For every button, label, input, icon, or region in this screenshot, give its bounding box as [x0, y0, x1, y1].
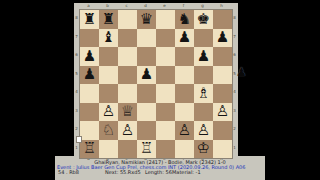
last-move-text: 54 . Rb8 [58, 170, 79, 175]
square-g3[interactable] [194, 103, 213, 122]
square-f1[interactable] [175, 140, 194, 159]
piece-black-king[interactable]: ♚ [197, 11, 210, 26]
square-a1[interactable]: ♖ [80, 140, 99, 159]
square-g6[interactable]: ♟ [194, 47, 213, 66]
square-e6[interactable] [156, 47, 175, 66]
square-a2[interactable] [80, 121, 99, 140]
square-h6[interactable] [213, 47, 232, 66]
square-h8[interactable] [213, 10, 232, 29]
piece-black-pawn[interactable]: ♟ [178, 30, 191, 45]
side-to-move-marker [76, 136, 82, 143]
piece-black-bishop[interactable]: ♝ [102, 30, 115, 45]
square-d8[interactable]: ♛ [137, 10, 156, 29]
piece-black-pawn[interactable]: ♟ [83, 48, 96, 63]
square-h5[interactable] [213, 66, 232, 85]
square-f2[interactable]: ♙ [175, 121, 194, 140]
square-a7[interactable] [80, 29, 99, 48]
square-h3[interactable]: ♙ [213, 103, 232, 122]
square-b8[interactable]: ♜ [99, 10, 118, 29]
square-b7[interactable]: ♝ [99, 29, 118, 48]
square-a4[interactable] [80, 84, 99, 103]
square-e8[interactable] [156, 10, 175, 29]
piece-white-pawn[interactable]: ♙ [102, 104, 115, 119]
square-f5[interactable] [175, 66, 194, 85]
piece-black-pawn[interactable]: ♟ [216, 30, 229, 45]
square-d4[interactable] [137, 84, 156, 103]
piece-black-knight[interactable]: ♞ [178, 11, 191, 26]
chess-board[interactable]: ♜♜♛♞♚♝♟♟♟♟♟♟♗♙♕♙♘♙♙♙♖♖♔ [79, 9, 233, 159]
square-f6[interactable] [175, 47, 194, 66]
square-f8[interactable]: ♞ [175, 10, 194, 29]
piece-black-pawn[interactable]: ♟ [83, 67, 96, 82]
square-g2[interactable]: ♙ [194, 121, 213, 140]
square-d3[interactable] [137, 103, 156, 122]
square-c7[interactable] [118, 29, 137, 48]
square-a3[interactable] [80, 103, 99, 122]
piece-black-queen[interactable]: ♛ [140, 11, 153, 26]
square-c5[interactable] [118, 66, 137, 85]
material-balance-text: Material: -1 [172, 170, 201, 175]
piece-black-rook[interactable]: ♜ [102, 11, 115, 26]
game-length-text: Length: 56 [145, 170, 172, 175]
square-g7[interactable] [194, 29, 213, 48]
square-d7[interactable] [137, 29, 156, 48]
square-b5[interactable] [99, 66, 118, 85]
piece-white-pawn[interactable]: ♙ [178, 122, 191, 137]
square-a6[interactable]: ♟ [80, 47, 99, 66]
piece-white-pawn[interactable]: ♙ [121, 122, 134, 137]
material-advantage-pawn-icon: ♟ [236, 66, 247, 78]
next-move-text: Next: 55.Rxd5 [105, 170, 141, 175]
square-g1[interactable]: ♔ [194, 140, 213, 159]
square-c8[interactable] [118, 10, 137, 29]
piece-white-pawn[interactable]: ♙ [216, 104, 229, 119]
piece-white-pawn[interactable]: ♙ [197, 122, 210, 137]
square-c2[interactable]: ♙ [118, 121, 137, 140]
square-c6[interactable] [118, 47, 137, 66]
square-g5[interactable] [194, 66, 213, 85]
square-f7[interactable]: ♟ [175, 29, 194, 48]
piece-white-rook[interactable]: ♖ [140, 141, 153, 156]
square-b1[interactable] [99, 140, 118, 159]
square-f3[interactable] [175, 103, 194, 122]
square-h2[interactable] [213, 121, 232, 140]
square-b6[interactable] [99, 47, 118, 66]
square-d5[interactable]: ♟ [137, 66, 156, 85]
square-e5[interactable] [156, 66, 175, 85]
square-d1[interactable]: ♖ [137, 140, 156, 159]
square-c3[interactable]: ♕ [118, 103, 137, 122]
piece-white-rook[interactable]: ♖ [83, 141, 96, 156]
square-b3[interactable]: ♙ [99, 103, 118, 122]
square-h7[interactable]: ♟ [213, 29, 232, 48]
piece-white-queen[interactable]: ♕ [121, 104, 134, 119]
square-e2[interactable] [156, 121, 175, 140]
square-e7[interactable] [156, 29, 175, 48]
square-a8[interactable]: ♜ [80, 10, 99, 29]
square-h1[interactable] [213, 140, 232, 159]
square-g4[interactable]: ♗ [194, 84, 213, 103]
video-frame: abcdefgh abcdefgh 87654321 87654321 ♜♜♛♞… [0, 0, 320, 180]
piece-white-king[interactable]: ♔ [197, 141, 210, 156]
square-c1[interactable] [118, 140, 137, 159]
square-e3[interactable] [156, 103, 175, 122]
square-g8[interactable]: ♚ [194, 10, 213, 29]
square-c4[interactable] [118, 84, 137, 103]
square-f4[interactable] [175, 84, 194, 103]
piece-white-bishop[interactable]: ♗ [197, 85, 210, 100]
square-b2[interactable]: ♘ [99, 121, 118, 140]
piece-black-pawn[interactable]: ♟ [197, 48, 210, 63]
square-a5[interactable]: ♟ [80, 66, 99, 85]
square-d6[interactable] [137, 47, 156, 66]
square-b4[interactable] [99, 84, 118, 103]
piece-black-rook[interactable]: ♜ [83, 11, 96, 26]
piece-white-knight[interactable]: ♘ [102, 122, 115, 137]
square-d2[interactable] [137, 121, 156, 140]
square-e4[interactable] [156, 84, 175, 103]
piece-black-pawn[interactable]: ♟ [140, 67, 153, 82]
square-e1[interactable] [156, 140, 175, 159]
square-h4[interactable] [213, 84, 232, 103]
